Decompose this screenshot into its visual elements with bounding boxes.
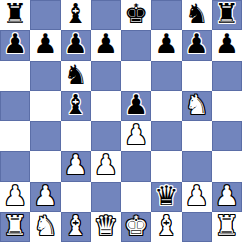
square-e4[interactable]: ♟: [121, 121, 151, 151]
square-e7[interactable]: [121, 30, 151, 60]
black-pawn[interactable]: ♟: [64, 30, 88, 59]
square-c6[interactable]: ♞: [61, 61, 91, 91]
black-queen[interactable]: ♛: [154, 182, 178, 211]
white-king[interactable]: ♚: [124, 212, 148, 241]
square-a7[interactable]: ♟: [0, 30, 30, 60]
black-bishop[interactable]: ♝: [64, 0, 88, 29]
black-king[interactable]: ♚: [124, 0, 148, 29]
square-b2[interactable]: ♟: [30, 182, 60, 212]
square-d8[interactable]: [91, 0, 121, 30]
square-d3[interactable]: ♟: [91, 151, 121, 181]
square-e5[interactable]: ♟: [121, 91, 151, 121]
square-g2[interactable]: ♟: [182, 182, 212, 212]
square-g5[interactable]: ♞: [182, 91, 212, 121]
square-g8[interactable]: ♞: [182, 0, 212, 30]
square-c7[interactable]: ♟: [61, 30, 91, 60]
white-knight[interactable]: ♞: [33, 212, 57, 241]
square-b6[interactable]: [30, 61, 60, 91]
white-pawn[interactable]: ♟: [94, 151, 118, 180]
black-pawn[interactable]: ♟: [215, 30, 239, 59]
square-g7[interactable]: ♟: [182, 30, 212, 60]
square-d4[interactable]: [91, 121, 121, 151]
square-f4[interactable]: [151, 121, 181, 151]
white-rook[interactable]: ♜: [215, 212, 239, 241]
square-e3[interactable]: [121, 151, 151, 181]
black-pawn[interactable]: ♟: [3, 30, 27, 59]
square-c5[interactable]: ♝: [61, 91, 91, 121]
square-g3[interactable]: [182, 151, 212, 181]
square-d2[interactable]: [91, 182, 121, 212]
square-h6[interactable]: [212, 61, 242, 91]
white-bishop[interactable]: ♝: [154, 212, 178, 241]
white-queen[interactable]: ♛: [94, 212, 118, 241]
black-rook[interactable]: ♜: [3, 0, 27, 29]
square-h1[interactable]: ♜: [212, 212, 242, 242]
square-a3[interactable]: [0, 151, 30, 181]
square-b7[interactable]: ♟: [30, 30, 60, 60]
square-f3[interactable]: [151, 151, 181, 181]
black-pawn[interactable]: ♟: [154, 30, 178, 59]
square-e1[interactable]: ♚: [121, 212, 151, 242]
square-h5[interactable]: [212, 91, 242, 121]
square-c4[interactable]: [61, 121, 91, 151]
square-g4[interactable]: [182, 121, 212, 151]
square-d1[interactable]: ♛: [91, 212, 121, 242]
square-a5[interactable]: [0, 91, 30, 121]
square-b5[interactable]: [30, 91, 60, 121]
square-g6[interactable]: [182, 61, 212, 91]
square-h2[interactable]: ♟: [212, 182, 242, 212]
square-d6[interactable]: [91, 61, 121, 91]
square-b4[interactable]: [30, 121, 60, 151]
square-f6[interactable]: [151, 61, 181, 91]
square-e8[interactable]: ♚: [121, 0, 151, 30]
square-d5[interactable]: [91, 91, 121, 121]
white-pawn[interactable]: ♟: [64, 151, 88, 180]
square-h8[interactable]: ♜: [212, 0, 242, 30]
square-c8[interactable]: ♝: [61, 0, 91, 30]
square-f1[interactable]: ♝: [151, 212, 181, 242]
black-rook[interactable]: ♜: [215, 0, 239, 29]
square-a1[interactable]: ♜: [0, 212, 30, 242]
white-pawn[interactable]: ♟: [3, 182, 27, 211]
square-a6[interactable]: [0, 61, 30, 91]
chess-board: ♜♝♚♞♜♟♟♟♟♟♟♟♞♝♟♞♟♟♟♟♟♛♟♟♜♞♝♛♚♝♜: [0, 0, 242, 242]
square-c1[interactable]: ♝: [61, 212, 91, 242]
square-h3[interactable]: [212, 151, 242, 181]
white-knight[interactable]: ♞: [185, 91, 209, 120]
black-pawn[interactable]: ♟: [124, 91, 148, 120]
black-bishop[interactable]: ♝: [64, 91, 88, 120]
square-h4[interactable]: [212, 121, 242, 151]
square-b8[interactable]: [30, 0, 60, 30]
square-h7[interactable]: ♟: [212, 30, 242, 60]
square-a8[interactable]: ♜: [0, 0, 30, 30]
white-rook[interactable]: ♜: [3, 212, 27, 241]
square-b1[interactable]: ♞: [30, 212, 60, 242]
square-g1[interactable]: [182, 212, 212, 242]
square-f2[interactable]: ♛: [151, 182, 181, 212]
square-b3[interactable]: [30, 151, 60, 181]
square-f7[interactable]: ♟: [151, 30, 181, 60]
square-c2[interactable]: [61, 182, 91, 212]
square-a2[interactable]: ♟: [0, 182, 30, 212]
square-f5[interactable]: [151, 91, 181, 121]
square-a4[interactable]: [0, 121, 30, 151]
black-knight[interactable]: ♞: [185, 0, 209, 29]
square-e6[interactable]: [121, 61, 151, 91]
black-pawn[interactable]: ♟: [185, 30, 209, 59]
white-pawn[interactable]: ♟: [33, 182, 57, 211]
white-bishop[interactable]: ♝: [64, 212, 88, 241]
white-pawn[interactable]: ♟: [124, 121, 148, 150]
square-e2[interactable]: [121, 182, 151, 212]
square-c3[interactable]: ♟: [61, 151, 91, 181]
black-pawn[interactable]: ♟: [33, 30, 57, 59]
black-knight[interactable]: ♞: [64, 61, 88, 90]
square-d7[interactable]: ♟: [91, 30, 121, 60]
black-pawn[interactable]: ♟: [94, 30, 118, 59]
square-f8[interactable]: [151, 0, 181, 30]
white-pawn[interactable]: ♟: [185, 182, 209, 211]
white-pawn[interactable]: ♟: [215, 182, 239, 211]
